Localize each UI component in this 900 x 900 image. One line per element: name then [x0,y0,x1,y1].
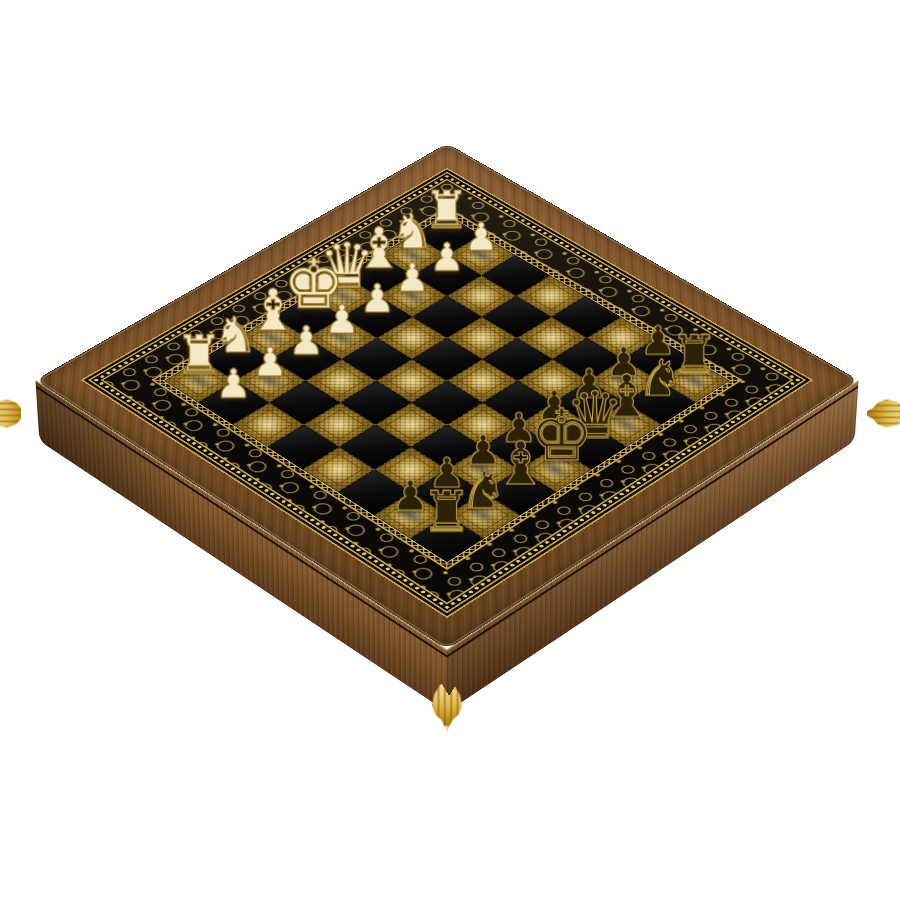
damascene-motif [458,324,506,353]
black-rook-glyph: ♜ [421,485,473,538]
square-d1 [309,275,378,316]
product-photo-background: ♜♞♝♛♚♝♞♜♟♟♟♟♟♟♟♟♟♟♟♟♟♟♟♟♜♞♝♛♚♝♞♜ [0,0,900,900]
square-c4 [447,317,517,359]
damascene-motif [315,410,364,440]
square-e2 [307,317,377,359]
damascene-motif [528,324,576,353]
square-b5 [517,317,587,359]
piece-shadow [287,304,328,329]
piece-shadow [427,223,468,247]
damascene-motif [314,454,363,485]
white-bishop-glyph: ♝ [354,222,403,276]
damascene-motif [320,282,367,310]
gold-leaf-ornament-icon [0,399,33,429]
square-a4 [516,275,585,316]
damascene-motif [390,241,437,269]
board-top-wood-frame: ♜♞♝♛♚♝♞♜♟♟♟♟♟♟♟♟♟♟♟♟♟♟♟♟♜♞♝♛♚♝♞♜ [35,143,858,649]
square-b1 [379,235,447,276]
chess-set-scene: ♜♞♝♛♚♝♞♜♟♟♟♟♟♟♟♟♟♟♟♟♟♟♟♟♜♞♝♛♚♝♞♜ [0,0,900,900]
white-king-glyph: ♚ [283,252,332,317]
gold-leaf-ornament-icon [861,399,900,429]
chess-field: ♜♞♝♛♚♝♞♜♟♟♟♟♟♟♟♟♟♟♟♟♟♟♟♟♜♞♝♛♚♝♞♜ [163,214,732,563]
damascene-motif [244,410,293,440]
piece-shadow [426,263,467,288]
white-rook-glyph: ♜ [423,186,471,235]
damascene-motif [387,410,436,440]
white-pawn-glyph: ♟ [208,364,258,402]
damascene-motif [458,241,505,269]
damascene-motif [318,324,366,353]
border-gold-dotted-band: ♜♞♝♛♚♝♞♜♟♟♟♟♟♟♟♟♟♟♟♟♟♟♟♟♜♞♝♛♚♝♞♜ [88,172,806,613]
damascene-motif [527,282,574,310]
damascene-motif [389,282,436,310]
piece-shadow [358,263,399,288]
square-b3 [447,275,516,316]
damascene-motif [388,366,436,395]
square-a2 [447,235,515,276]
damascene-motif [458,282,505,310]
square-d3 [377,317,447,359]
square-c2 [378,275,447,316]
damascene-motif [388,324,436,353]
piece-shadow [357,304,399,329]
